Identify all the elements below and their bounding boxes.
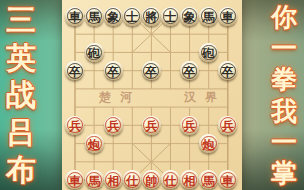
title-char: 三 [6,2,36,38]
piece-glyph: 卒 [184,65,196,77]
piece-glyph: 車 [69,11,81,23]
piece-glyph: 兵 [222,120,234,132]
piece-black[interactable]: 卒 [104,61,123,80]
piece-glyph: 象 [107,11,119,23]
piece-red[interactable]: 馬 [85,170,104,189]
piece-red[interactable]: 兵 [180,116,199,135]
piece-glyph: 卒 [145,65,157,77]
piece-glyph: 帥 [145,174,157,186]
piece-black[interactable]: 象 [104,7,123,26]
piece-glyph: 士 [126,11,138,23]
piece-glyph: 炮 [203,138,215,150]
piece-black[interactable]: 士 [123,7,142,26]
piece-grid: 車馬象士將士象馬車砲砲卒卒卒卒卒兵兵兵兵兵炮炮車馬相仕帥仕相馬車 [65,7,237,189]
piece-red[interactable]: 車 [218,170,237,189]
piece-black[interactable]: 卒 [218,61,237,80]
piece-red[interactable]: 炮 [199,134,218,153]
piece-glyph: 馬 [203,11,215,23]
piece-black[interactable]: 士 [161,7,180,26]
piece-glyph: 卒 [222,65,234,77]
piece-glyph: 砲 [203,47,215,59]
piece-red[interactable]: 兵 [142,116,161,135]
piece-black[interactable]: 車 [65,7,84,26]
title-char: 拳 [271,64,297,94]
piece-glyph: 馬 [88,174,100,186]
piece-red[interactable]: 炮 [85,134,104,153]
piece-glyph: 車 [222,11,234,23]
piece-black[interactable]: 卒 [180,61,199,80]
piece-red[interactable]: 相 [104,170,123,189]
title-char: 英 [6,40,36,76]
piece-black[interactable]: 馬 [199,7,218,26]
piece-black[interactable]: 馬 [85,7,104,26]
piece-glyph: 車 [69,174,81,186]
piece-glyph: 馬 [88,11,100,23]
piece-black[interactable]: 車 [218,7,237,26]
piece-glyph: 兵 [107,120,119,132]
piece-glyph: 仕 [126,174,138,186]
title-char: 布 [6,152,36,188]
title-char: 你 [271,2,297,32]
title-char: 我 [271,96,297,126]
piece-glyph: 仕 [164,174,176,186]
piece-red[interactable]: 馬 [199,170,218,189]
piece-glyph: 卒 [107,65,119,77]
piece-glyph: 士 [164,11,176,23]
piece-glyph: 卒 [69,65,81,77]
piece-glyph: 兵 [69,120,81,132]
title-char: 一 [271,33,297,63]
piece-red[interactable]: 帥 [142,170,161,189]
piece-black[interactable]: 砲 [85,43,104,62]
left-title-text: 三英战吕布 [0,0,42,190]
piece-black[interactable]: 卒 [142,61,161,80]
piece-glyph: 相 [184,174,196,186]
piece-glyph: 砲 [88,47,100,59]
title-char: 掌 [271,158,297,188]
piece-glyph: 兵 [145,120,157,132]
piece-glyph: 車 [222,174,234,186]
piece-glyph: 將 [145,11,157,23]
piece-glyph: 相 [107,174,119,186]
title-char: 一 [271,127,297,157]
xiangqi-board[interactable]: 楚河 汉界 車馬象士將士象馬車砲砲卒卒卒卒卒兵兵兵兵兵炮炮車馬相仕帥仕相馬車 [62,0,242,190]
piece-red[interactable]: 兵 [65,116,84,135]
piece-red[interactable]: 兵 [104,116,123,135]
piece-red[interactable]: 相 [180,170,199,189]
piece-red[interactable]: 車 [65,170,84,189]
piece-black[interactable]: 卒 [65,61,84,80]
piece-black[interactable]: 將 [142,7,161,26]
piece-black[interactable]: 象 [180,7,199,26]
thumbnail-stage: 三英战吕布 你一拳我一掌 楚河 汉界 車馬象士將士象馬車砲砲卒卒卒卒卒兵兵兵兵兵… [0,0,304,190]
right-title-text: 你一拳我一掌 [264,0,304,190]
title-char: 战 [6,77,36,113]
piece-red[interactable]: 仕 [123,170,142,189]
piece-glyph: 象 [184,11,196,23]
piece-red[interactable]: 仕 [161,170,180,189]
piece-glyph: 炮 [88,138,100,150]
piece-red[interactable]: 兵 [218,116,237,135]
piece-glyph: 馬 [203,174,215,186]
piece-black[interactable]: 砲 [199,43,218,62]
title-char: 吕 [6,115,36,151]
piece-glyph: 兵 [184,120,196,132]
